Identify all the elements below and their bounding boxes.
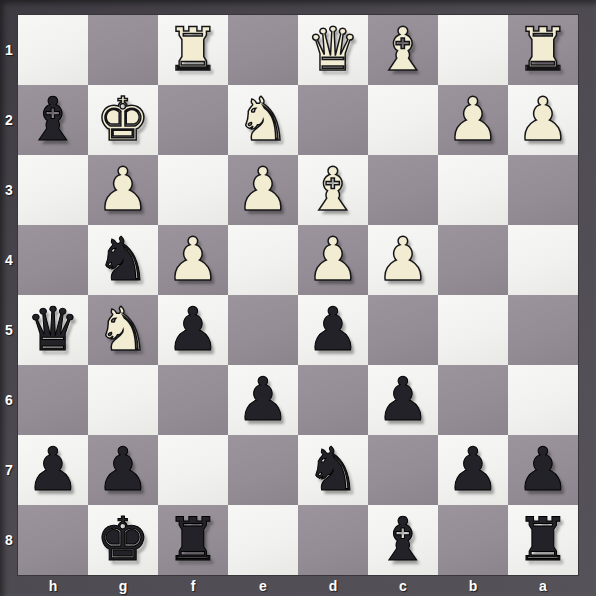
rank-label-5: 5 (0, 295, 18, 365)
piece-white-pawn-f4[interactable]: ♟ (158, 225, 228, 295)
piece-black-rook-f8[interactable]: ♜ (158, 505, 228, 575)
piece-white-pawn-c4[interactable]: ♟ (368, 225, 438, 295)
square-b1[interactable] (438, 15, 508, 85)
square-d4[interactable]: ♟ (298, 225, 368, 295)
piece-white-king-g2[interactable]: ♚ (88, 85, 158, 155)
piece-white-queen-d1[interactable]: ♛ (298, 15, 368, 85)
chess-board[interactable]: ♜♛♝♜♝♚♞♟♟♟♟♝♞♟♟♟♛♞♟♟♟♟♟♟♞♟♟♚♜♝♜ (18, 15, 578, 575)
piece-white-knight-g5[interactable]: ♞ (88, 295, 158, 365)
piece-black-bishop-c8[interactable]: ♝ (368, 505, 438, 575)
square-a2[interactable]: ♟ (508, 85, 578, 155)
piece-white-rook-a1[interactable]: ♜ (508, 15, 578, 85)
square-f8[interactable]: ♜ (158, 505, 228, 575)
piece-black-knight-d7[interactable]: ♞ (298, 435, 368, 505)
square-a4[interactable] (508, 225, 578, 295)
square-e3[interactable]: ♟ (228, 155, 298, 225)
piece-black-knight-g4[interactable]: ♞ (88, 225, 158, 295)
square-a6[interactable] (508, 365, 578, 435)
square-c1[interactable]: ♝ (368, 15, 438, 85)
square-d2[interactable] (298, 85, 368, 155)
piece-black-pawn-d5[interactable]: ♟ (298, 295, 368, 365)
piece-white-knight-e2[interactable]: ♞ (228, 85, 298, 155)
square-d8[interactable] (298, 505, 368, 575)
square-a1[interactable]: ♜ (508, 15, 578, 85)
square-g6[interactable] (88, 365, 158, 435)
piece-black-king-g8[interactable]: ♚ (88, 505, 158, 575)
square-f5[interactable]: ♟ (158, 295, 228, 365)
square-d7[interactable]: ♞ (298, 435, 368, 505)
rank-label-8: 8 (0, 505, 18, 575)
square-a8[interactable]: ♜ (508, 505, 578, 575)
square-d1[interactable]: ♛ (298, 15, 368, 85)
square-e7[interactable] (228, 435, 298, 505)
rank-label-2: 2 (0, 85, 18, 155)
piece-black-rook-a8[interactable]: ♜ (508, 505, 578, 575)
square-a3[interactable] (508, 155, 578, 225)
square-e6[interactable]: ♟ (228, 365, 298, 435)
square-g1[interactable] (88, 15, 158, 85)
piece-black-bishop-h2[interactable]: ♝ (18, 85, 88, 155)
rank-label-1: 1 (0, 15, 18, 85)
file-label-f: f (158, 575, 228, 596)
rank-label-4: 4 (0, 225, 18, 295)
square-e1[interactable] (228, 15, 298, 85)
square-d6[interactable] (298, 365, 368, 435)
square-b4[interactable] (438, 225, 508, 295)
piece-white-pawn-g3[interactable]: ♟ (88, 155, 158, 225)
board-frame: 12345678 ♜♛♝♜♝♚♞♟♟♟♟♝♞♟♟♟♛♞♟♟♟♟♟♟♞♟♟♚♜♝♜… (0, 0, 596, 596)
square-f3[interactable] (158, 155, 228, 225)
piece-white-pawn-b2[interactable]: ♟ (438, 85, 508, 155)
square-h4[interactable] (18, 225, 88, 295)
square-h6[interactable] (18, 365, 88, 435)
square-f4[interactable]: ♟ (158, 225, 228, 295)
square-h2[interactable]: ♝ (18, 85, 88, 155)
file-label-h: h (18, 575, 88, 596)
square-d5[interactable]: ♟ (298, 295, 368, 365)
rank-label-3: 3 (0, 155, 18, 225)
square-a5[interactable] (508, 295, 578, 365)
piece-black-pawn-b7[interactable]: ♟ (438, 435, 508, 505)
piece-black-queen-h5[interactable]: ♛ (18, 295, 88, 365)
rank-labels: 12345678 (0, 15, 18, 575)
file-labels: hgfedcba (18, 575, 578, 596)
square-b5[interactable] (438, 295, 508, 365)
square-h7[interactable]: ♟ (18, 435, 88, 505)
piece-white-pawn-d4[interactable]: ♟ (298, 225, 368, 295)
square-f7[interactable] (158, 435, 228, 505)
square-e5[interactable] (228, 295, 298, 365)
square-a7[interactable]: ♟ (508, 435, 578, 505)
file-label-g: g (88, 575, 158, 596)
square-g2[interactable]: ♚ (88, 85, 158, 155)
rank-label-6: 6 (0, 365, 18, 435)
piece-white-bishop-c1[interactable]: ♝ (368, 15, 438, 85)
square-f2[interactable] (158, 85, 228, 155)
piece-black-pawn-a7[interactable]: ♟ (508, 435, 578, 505)
piece-black-pawn-g7[interactable]: ♟ (88, 435, 158, 505)
square-c7[interactable] (368, 435, 438, 505)
square-h1[interactable] (18, 15, 88, 85)
square-b8[interactable] (438, 505, 508, 575)
square-f1[interactable]: ♜ (158, 15, 228, 85)
square-g7[interactable]: ♟ (88, 435, 158, 505)
square-g4[interactable]: ♞ (88, 225, 158, 295)
piece-white-rook-f1[interactable]: ♜ (158, 15, 228, 85)
square-b6[interactable] (438, 365, 508, 435)
piece-black-pawn-c6[interactable]: ♟ (368, 365, 438, 435)
piece-white-pawn-e3[interactable]: ♟ (228, 155, 298, 225)
piece-black-pawn-e6[interactable]: ♟ (228, 365, 298, 435)
square-c3[interactable] (368, 155, 438, 225)
square-e2[interactable]: ♞ (228, 85, 298, 155)
square-c6[interactable]: ♟ (368, 365, 438, 435)
square-c2[interactable] (368, 85, 438, 155)
square-e4[interactable] (228, 225, 298, 295)
square-g8[interactable]: ♚ (88, 505, 158, 575)
piece-white-bishop-d3[interactable]: ♝ (298, 155, 368, 225)
square-g5[interactable]: ♞ (88, 295, 158, 365)
square-c4[interactable]: ♟ (368, 225, 438, 295)
square-h5[interactable]: ♛ (18, 295, 88, 365)
square-b3[interactable] (438, 155, 508, 225)
file-label-a: a (508, 575, 578, 596)
piece-black-pawn-h7[interactable]: ♟ (18, 435, 88, 505)
square-f6[interactable] (158, 365, 228, 435)
file-label-c: c (368, 575, 438, 596)
square-b2[interactable]: ♟ (438, 85, 508, 155)
piece-black-pawn-f5[interactable]: ♟ (158, 295, 228, 365)
square-h3[interactable] (18, 155, 88, 225)
square-b7[interactable]: ♟ (438, 435, 508, 505)
square-d3[interactable]: ♝ (298, 155, 368, 225)
square-g3[interactable]: ♟ (88, 155, 158, 225)
square-c5[interactable] (368, 295, 438, 365)
square-c8[interactable]: ♝ (368, 505, 438, 575)
file-label-b: b (438, 575, 508, 596)
rank-label-7: 7 (0, 435, 18, 505)
square-h8[interactable] (18, 505, 88, 575)
file-label-e: e (228, 575, 298, 596)
file-label-d: d (298, 575, 368, 596)
square-e8[interactable] (228, 505, 298, 575)
piece-white-pawn-a2[interactable]: ♟ (508, 85, 578, 155)
